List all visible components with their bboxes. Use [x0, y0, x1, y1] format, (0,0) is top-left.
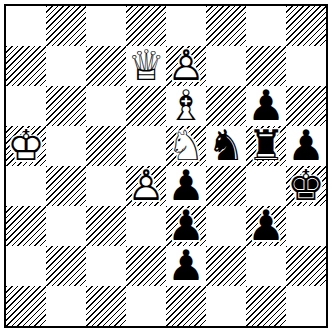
square-c5[interactable]	[86, 126, 126, 166]
square-c8[interactable]	[86, 6, 126, 46]
black-rook: ♜	[246, 126, 286, 166]
square-c7[interactable]	[86, 46, 126, 86]
white-queen-outline: ♕	[126, 46, 166, 86]
black-pawn: ♟	[246, 86, 286, 126]
white-bishop-outline: ♗	[166, 86, 206, 126]
square-b7[interactable]	[46, 46, 86, 86]
square-f6[interactable]	[206, 86, 246, 126]
square-b8[interactable]	[46, 6, 86, 46]
white-pawn: ♟	[166, 46, 206, 86]
square-h6[interactable]	[286, 86, 326, 126]
black-pawn: ♟	[286, 126, 326, 166]
square-b6[interactable]	[46, 86, 86, 126]
square-f1[interactable]	[206, 286, 246, 326]
square-c2[interactable]	[86, 246, 126, 286]
square-b5[interactable]	[46, 126, 86, 166]
white-king: ♚	[6, 126, 46, 166]
square-a6[interactable]	[6, 86, 46, 126]
white-bishop: ♝	[166, 86, 206, 126]
white-knight-outline: ♘	[166, 126, 206, 166]
square-h1[interactable]	[286, 286, 326, 326]
square-c6[interactable]	[86, 86, 126, 126]
square-a2[interactable]	[6, 246, 46, 286]
square-g5[interactable]: ♜	[246, 126, 286, 166]
square-e1[interactable]	[166, 286, 206, 326]
square-a4[interactable]	[6, 166, 46, 206]
white-king-outline: ♔	[6, 126, 46, 166]
white-pawn-outline: ♙	[166, 46, 206, 86]
square-f5[interactable]: ♞	[206, 126, 246, 166]
square-a3[interactable]	[6, 206, 46, 246]
black-pawn: ♟	[166, 246, 206, 286]
square-e4[interactable]: ♟	[166, 166, 206, 206]
square-g7[interactable]	[246, 46, 286, 86]
square-a5[interactable]: ♚♔	[6, 126, 46, 166]
black-pawn: ♟	[246, 206, 286, 246]
square-e6[interactable]: ♝♗	[166, 86, 206, 126]
black-pawn: ♟	[166, 166, 206, 206]
square-g2[interactable]	[246, 246, 286, 286]
square-b1[interactable]	[46, 286, 86, 326]
black-knight: ♞	[206, 126, 246, 166]
square-g3[interactable]: ♟	[246, 206, 286, 246]
square-c3[interactable]	[86, 206, 126, 246]
square-a1[interactable]	[6, 286, 46, 326]
square-c1[interactable]	[86, 286, 126, 326]
square-e3[interactable]: ♟	[166, 206, 206, 246]
square-d4[interactable]: ♟♙	[126, 166, 166, 206]
square-g4[interactable]	[246, 166, 286, 206]
square-h3[interactable]	[286, 206, 326, 246]
square-g1[interactable]	[246, 286, 286, 326]
square-h8[interactable]	[286, 6, 326, 46]
square-c4[interactable]	[86, 166, 126, 206]
square-h5[interactable]: ♟	[286, 126, 326, 166]
square-g8[interactable]	[246, 6, 286, 46]
chess-diagram-page: ♛♕♟♙♝♗♟♚♔♞♘♞♜♟♟♙♟♚♟♟♟	[0, 0, 332, 332]
square-h7[interactable]	[286, 46, 326, 86]
square-d8[interactable]	[126, 6, 166, 46]
square-h2[interactable]	[286, 246, 326, 286]
square-d7[interactable]: ♛♕	[126, 46, 166, 86]
square-d5[interactable]	[126, 126, 166, 166]
square-f2[interactable]	[206, 246, 246, 286]
square-e8[interactable]	[166, 6, 206, 46]
black-pawn: ♟	[166, 206, 206, 246]
square-f8[interactable]	[206, 6, 246, 46]
square-d6[interactable]	[126, 86, 166, 126]
white-pawn-outline: ♙	[126, 166, 166, 206]
white-pawn: ♟	[126, 166, 166, 206]
square-b4[interactable]	[46, 166, 86, 206]
square-b3[interactable]	[46, 206, 86, 246]
square-g6[interactable]: ♟	[246, 86, 286, 126]
white-knight: ♞	[166, 126, 206, 166]
square-d2[interactable]	[126, 246, 166, 286]
white-queen: ♛	[126, 46, 166, 86]
square-h4[interactable]: ♚	[286, 166, 326, 206]
square-a7[interactable]	[6, 46, 46, 86]
square-b2[interactable]	[46, 246, 86, 286]
square-e2[interactable]: ♟	[166, 246, 206, 286]
square-d3[interactable]	[126, 206, 166, 246]
square-e5[interactable]: ♞♘	[166, 126, 206, 166]
chess-board: ♛♕♟♙♝♗♟♚♔♞♘♞♜♟♟♙♟♚♟♟♟	[4, 4, 328, 328]
square-f4[interactable]	[206, 166, 246, 206]
square-a8[interactable]	[6, 6, 46, 46]
square-f3[interactable]	[206, 206, 246, 246]
square-d1[interactable]	[126, 286, 166, 326]
black-king: ♚	[286, 166, 326, 206]
square-f7[interactable]	[206, 46, 246, 86]
square-e7[interactable]: ♟♙	[166, 46, 206, 86]
